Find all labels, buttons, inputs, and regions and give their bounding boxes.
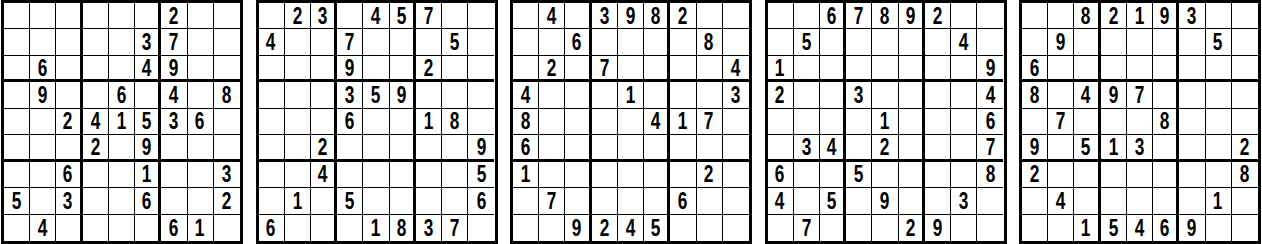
- cell-r1c2[interactable]: [794, 3, 820, 29]
- cell-r4c7[interactable]: [925, 82, 951, 108]
- cell-r8c5[interactable]: [618, 188, 644, 214]
- cell-r9c6: 6: [1153, 215, 1179, 241]
- cell-r3c4[interactable]: [83, 56, 109, 82]
- cell-r6c6[interactable]: [1153, 135, 1179, 161]
- cell-r9c4[interactable]: [83, 215, 109, 241]
- cell-r8c9[interactable]: [1232, 188, 1258, 214]
- cell-r4c8[interactable]: [697, 82, 723, 108]
- cell-r7c5[interactable]: [1127, 162, 1153, 188]
- cell-r6c6[interactable]: [390, 135, 416, 161]
- cell-r5c5[interactable]: [1127, 109, 1153, 135]
- cell-r6c1[interactable]: [768, 135, 794, 161]
- cell-r6c8[interactable]: [951, 135, 977, 161]
- cell-r9c8[interactable]: [951, 215, 977, 241]
- cell-r2c7[interactable]: [416, 29, 442, 55]
- cell-r6c3[interactable]: [56, 135, 82, 161]
- cell-r6c4[interactable]: [846, 135, 872, 161]
- cell-r6c7[interactable]: [925, 135, 951, 161]
- cell-r2c7[interactable]: [925, 29, 951, 55]
- given-digit: 6: [827, 4, 837, 28]
- cell-r5c1: 8: [513, 109, 539, 135]
- cell-r5c3[interactable]: [820, 109, 846, 135]
- cell-r6c2[interactable]: [1048, 135, 1074, 161]
- cell-r6c7[interactable]: [416, 135, 442, 161]
- cell-r4c6[interactable]: [899, 82, 925, 108]
- cell-r6c4[interactable]: [592, 135, 618, 161]
- cell-r2c6[interactable]: [1153, 29, 1179, 55]
- cell-r8c7[interactable]: [416, 188, 442, 214]
- cell-r7c9[interactable]: [723, 162, 749, 188]
- cell-r4c4[interactable]: [83, 82, 109, 108]
- cell-r8c2[interactable]: [794, 188, 820, 214]
- cell-r7c1[interactable]: [4, 162, 30, 188]
- cell-r4c1: 8: [1022, 82, 1048, 108]
- cell-r4c6[interactable]: [644, 82, 670, 108]
- cell-r7c3[interactable]: [820, 162, 846, 188]
- cell-r2c9[interactable]: [468, 29, 494, 55]
- cell-r8c3[interactable]: [565, 188, 591, 214]
- cell-r4c7[interactable]: [670, 82, 696, 108]
- cell-r3c8[interactable]: [188, 56, 214, 82]
- cell-r8c4[interactable]: [592, 188, 618, 214]
- cell-r9c3[interactable]: [820, 215, 846, 241]
- cell-r1c8[interactable]: [188, 3, 214, 29]
- given-digit: 2: [293, 4, 303, 28]
- cell-r2c1[interactable]: [768, 29, 794, 55]
- cell-r3c7[interactable]: [925, 56, 951, 82]
- cell-r8c4[interactable]: [83, 188, 109, 214]
- cell-r4c5: 7: [1127, 82, 1153, 108]
- cell-r8c1[interactable]: [1022, 188, 1048, 214]
- cell-r4c9: 3: [723, 82, 749, 108]
- cell-r9c1[interactable]: [768, 215, 794, 241]
- cell-r6c6[interactable]: [899, 135, 925, 161]
- cell-r2c9[interactable]: [977, 29, 1003, 55]
- cell-r6c5[interactable]: [363, 135, 389, 161]
- cell-r7c5[interactable]: [109, 162, 135, 188]
- cell-r9c5[interactable]: [872, 215, 898, 241]
- cell-r3c5[interactable]: [618, 56, 644, 82]
- cell-r2c3[interactable]: [56, 29, 82, 55]
- cell-r9c9[interactable]: [214, 215, 240, 241]
- cell-r4c2: 9: [30, 82, 56, 108]
- cell-r1c4: 3: [592, 3, 618, 29]
- cell-r3c1[interactable]: [513, 56, 539, 82]
- cell-r1c2[interactable]: [30, 3, 56, 29]
- cell-r4c7[interactable]: [1179, 82, 1205, 108]
- cell-r2c5[interactable]: [618, 29, 644, 55]
- cell-r8c5[interactable]: [1127, 188, 1153, 214]
- cell-r7c4[interactable]: [83, 162, 109, 188]
- cell-r1c8[interactable]: [442, 3, 468, 29]
- cell-r3c2[interactable]: [285, 56, 311, 82]
- cell-r4c5: 5: [363, 82, 389, 108]
- cell-r7c2[interactable]: [1048, 162, 1074, 188]
- cell-r3c7[interactable]: [1179, 56, 1205, 82]
- cell-r3c3[interactable]: [56, 56, 82, 82]
- cell-r3c2[interactable]: [794, 56, 820, 82]
- cell-r4c2[interactable]: [1048, 82, 1074, 108]
- cell-r4c7[interactable]: [416, 82, 442, 108]
- cell-r5c6[interactable]: [899, 109, 925, 135]
- cell-r5c9[interactable]: [1232, 109, 1258, 135]
- cell-r1c1[interactable]: [513, 3, 539, 29]
- given-digit: 6: [572, 30, 582, 54]
- cell-r5c5[interactable]: [363, 109, 389, 135]
- cell-r9c4[interactable]: [846, 215, 872, 241]
- cell-r2c4[interactable]: [83, 29, 109, 55]
- cell-r3c5[interactable]: [1127, 56, 1153, 82]
- cell-r7c7[interactable]: [925, 162, 951, 188]
- cell-r4c2[interactable]: [794, 82, 820, 108]
- cell-r9c4[interactable]: [337, 215, 363, 241]
- cell-r9c1[interactable]: [1022, 215, 1048, 241]
- cell-r3c8[interactable]: [697, 56, 723, 82]
- cell-r4c5[interactable]: [872, 82, 898, 108]
- cell-r3c3[interactable]: [820, 56, 846, 82]
- cell-r3c7[interactable]: [670, 56, 696, 82]
- cell-r9c2[interactable]: [285, 215, 311, 241]
- cell-r8c1[interactable]: [259, 188, 285, 214]
- cell-r5c3[interactable]: [1074, 109, 1100, 135]
- cell-r7c4[interactable]: [337, 162, 363, 188]
- given-digit: 4: [38, 216, 48, 240]
- cell-r8c9[interactable]: [723, 188, 749, 214]
- cell-r3c9[interactable]: [1232, 56, 1258, 82]
- cell-r8c2: 4: [1048, 188, 1074, 214]
- cell-r5c2[interactable]: [539, 109, 565, 135]
- cell-r7c2[interactable]: [539, 162, 565, 188]
- cell-r6c1[interactable]: [4, 135, 30, 161]
- cell-r1c1[interactable]: [259, 3, 285, 29]
- cell-r7c6[interactable]: [644, 162, 670, 188]
- cell-r2c6[interactable]: [390, 29, 416, 55]
- cell-r1c4: 7: [846, 3, 872, 29]
- cell-r4c3[interactable]: [820, 82, 846, 108]
- cell-r7c6[interactable]: [390, 162, 416, 188]
- cell-r2c6[interactable]: [899, 29, 925, 55]
- cell-r2c1[interactable]: [513, 29, 539, 55]
- cell-r5c1[interactable]: [768, 109, 794, 135]
- cell-r6c7[interactable]: [670, 135, 696, 161]
- cell-r1c7: 3: [1179, 3, 1205, 29]
- cell-r7c2[interactable]: [794, 162, 820, 188]
- cell-r6c9[interactable]: [723, 135, 749, 161]
- cell-r7c7[interactable]: [161, 162, 187, 188]
- cell-r5c7[interactable]: [1179, 109, 1205, 135]
- cell-r6c7[interactable]: [161, 135, 187, 161]
- cell-r7c2[interactable]: [30, 162, 56, 188]
- cell-r2c1[interactable]: [1022, 29, 1048, 55]
- cell-r4c6[interactable]: [1153, 82, 1179, 108]
- cell-r2c1[interactable]: [4, 29, 30, 55]
- cell-r4c1[interactable]: [4, 82, 30, 108]
- cell-r3c8[interactable]: [442, 56, 468, 82]
- cell-r1c4[interactable]: [83, 3, 109, 29]
- cell-r1c9[interactable]: [1232, 3, 1258, 29]
- cell-r3c8[interactable]: [1206, 56, 1232, 82]
- cell-r8c6[interactable]: [390, 188, 416, 214]
- cell-r1c4[interactable]: [337, 3, 363, 29]
- cell-r1c9[interactable]: [214, 3, 240, 29]
- cell-r2c2[interactable]: [285, 29, 311, 55]
- cell-r5c3[interactable]: [311, 109, 337, 135]
- cell-r2c4[interactable]: [846, 29, 872, 55]
- cell-r1c1[interactable]: [4, 3, 30, 29]
- cell-r8c8[interactable]: [188, 188, 214, 214]
- cell-r2c8[interactable]: [188, 29, 214, 55]
- cell-r5c1[interactable]: [259, 109, 285, 135]
- given-digit: 2: [547, 56, 557, 80]
- cell-r7c3[interactable]: [1074, 162, 1100, 188]
- given-digit: 5: [477, 162, 487, 186]
- cell-r3c3[interactable]: [1074, 56, 1100, 82]
- cell-r7c6[interactable]: [899, 162, 925, 188]
- cell-r9c8[interactable]: [697, 215, 723, 241]
- cell-r5c9[interactable]: [723, 109, 749, 135]
- cell-r3c4[interactable]: [1101, 56, 1127, 82]
- cell-r5c8[interactable]: [1206, 109, 1232, 135]
- cell-r7c2[interactable]: [285, 162, 311, 188]
- cell-r1c9[interactable]: [723, 3, 749, 29]
- cell-r8c4[interactable]: [846, 188, 872, 214]
- cell-r8c8[interactable]: [697, 188, 723, 214]
- cell-r4c3[interactable]: [56, 82, 82, 108]
- cell-r3c2[interactable]: [1048, 56, 1074, 82]
- cell-r4c9[interactable]: [1232, 82, 1258, 108]
- sudoku-board-5: 8219395684977895132284115469: [1019, 0, 1261, 244]
- cell-r5c3[interactable]: [565, 109, 591, 135]
- cell-r6c8[interactable]: [697, 135, 723, 161]
- cell-r8c1[interactable]: [513, 188, 539, 214]
- cell-r5c4[interactable]: [592, 109, 618, 135]
- cell-r8c5[interactable]: [109, 188, 135, 214]
- cell-r7c1[interactable]: [259, 162, 285, 188]
- cell-r8c9[interactable]: [977, 188, 1003, 214]
- cell-r3c6[interactable]: [1153, 56, 1179, 82]
- cell-r6c2[interactable]: [285, 135, 311, 161]
- cell-r6c8[interactable]: [188, 135, 214, 161]
- cell-r9c5[interactable]: [109, 215, 135, 241]
- given-digit: 1: [142, 162, 152, 186]
- cell-r4c8[interactable]: [442, 82, 468, 108]
- cell-r7c8[interactable]: [1206, 162, 1232, 188]
- cell-r9c7[interactable]: [670, 215, 696, 241]
- cell-r9c9[interactable]: [977, 215, 1003, 241]
- cell-r3c1[interactable]: [259, 56, 285, 82]
- cell-r8c6[interactable]: [899, 188, 925, 214]
- cell-r9c2: 7: [794, 215, 820, 241]
- cell-r9c9[interactable]: [723, 215, 749, 241]
- cell-r2c9[interactable]: [723, 29, 749, 55]
- cell-r3c6[interactable]: [899, 56, 925, 82]
- cell-r3c1[interactable]: [4, 56, 30, 82]
- cell-r6c7[interactable]: [1179, 135, 1205, 161]
- cell-r4c8[interactable]: [951, 82, 977, 108]
- cell-r8c7[interactable]: [161, 188, 187, 214]
- cell-r3c8[interactable]: [951, 56, 977, 82]
- cell-r6c5[interactable]: [109, 135, 135, 161]
- cell-r4c2[interactable]: [285, 82, 311, 108]
- cell-r9c1[interactable]: [4, 215, 30, 241]
- cell-r5c6: 8: [1153, 109, 1179, 135]
- cell-r8c6[interactable]: [1153, 188, 1179, 214]
- given-digit: 2: [1030, 162, 1040, 186]
- cell-r1c3[interactable]: [565, 3, 591, 29]
- cell-r4c1[interactable]: [259, 82, 285, 108]
- cell-r7c8[interactable]: [442, 162, 468, 188]
- cell-r1c3: 3: [311, 3, 337, 29]
- cell-r3c6[interactable]: [390, 56, 416, 82]
- cell-r8c6[interactable]: [644, 188, 670, 214]
- cell-r5c6[interactable]: [390, 109, 416, 135]
- cell-r7c4[interactable]: [1101, 162, 1127, 188]
- given-digit: 4: [371, 4, 381, 28]
- cell-r4c2[interactable]: [539, 82, 565, 108]
- cell-r5c7[interactable]: [925, 109, 951, 135]
- cell-r2c3[interactable]: [1074, 29, 1100, 55]
- cell-r8c5[interactable]: [363, 188, 389, 214]
- cell-r2c5[interactable]: [872, 29, 898, 55]
- cell-r4c3[interactable]: [311, 82, 337, 108]
- cell-r7c4[interactable]: [592, 162, 618, 188]
- cell-r7c8[interactable]: [951, 162, 977, 188]
- cell-r6c5: 2: [872, 135, 898, 161]
- cell-r5c4[interactable]: [1101, 109, 1127, 135]
- cell-r8c2[interactable]: [30, 188, 56, 214]
- cell-r4c4[interactable]: [592, 82, 618, 108]
- cell-r1c8[interactable]: [951, 3, 977, 29]
- cell-r1c9[interactable]: [977, 3, 1003, 29]
- cell-r6c1[interactable]: [259, 135, 285, 161]
- cell-r1c1[interactable]: [768, 3, 794, 29]
- cell-r5c2[interactable]: [30, 109, 56, 135]
- cell-r6c3[interactable]: [565, 135, 591, 161]
- cell-r5c5[interactable]: [618, 109, 644, 135]
- cell-r9c2[interactable]: [1048, 215, 1074, 241]
- cell-r1c2[interactable]: [1048, 3, 1074, 29]
- cell-r6c2[interactable]: [539, 135, 565, 161]
- cell-r5c1[interactable]: [4, 109, 30, 135]
- cell-r2c3[interactable]: [311, 29, 337, 55]
- cell-r3c2: 6: [30, 56, 56, 82]
- cell-r2c7[interactable]: [670, 29, 696, 55]
- cell-r8c3[interactable]: [1074, 188, 1100, 214]
- cell-r9c6[interactable]: [135, 215, 161, 241]
- cell-r6c8[interactable]: [442, 135, 468, 161]
- cell-r3c9[interactable]: [214, 56, 240, 82]
- cell-r3c6[interactable]: [644, 56, 670, 82]
- cell-r3c5[interactable]: [363, 56, 389, 82]
- cell-r2c6[interactable]: [644, 29, 670, 55]
- cell-r3c9[interactable]: [468, 56, 494, 82]
- cell-r9c9[interactable]: [468, 215, 494, 241]
- cell-r4c8[interactable]: [1206, 82, 1232, 108]
- cell-r4c8[interactable]: [188, 82, 214, 108]
- given-digit: 3: [1135, 135, 1145, 159]
- cell-r2c5[interactable]: [1127, 29, 1153, 55]
- cell-r8c9: 6: [468, 188, 494, 214]
- cell-r9c3[interactable]: [311, 215, 337, 241]
- cell-r8c7[interactable]: [925, 188, 951, 214]
- cell-r3c5[interactable]: [109, 56, 135, 82]
- cell-r9c3[interactable]: [56, 215, 82, 241]
- cell-r6c8[interactable]: [1206, 135, 1232, 161]
- cell-r1c9[interactable]: [468, 3, 494, 29]
- cell-r3c4[interactable]: [846, 56, 872, 82]
- cell-r8c3[interactable]: [311, 188, 337, 214]
- cell-r2c5[interactable]: [363, 29, 389, 55]
- cell-r6c2[interactable]: [30, 135, 56, 161]
- given-digit: 4: [142, 56, 152, 80]
- cell-r8c8[interactable]: [442, 188, 468, 214]
- cell-r7c5[interactable]: [363, 162, 389, 188]
- cell-r2c5[interactable]: [109, 29, 135, 55]
- cell-r5c4[interactable]: [846, 109, 872, 135]
- cell-r4c6[interactable]: [135, 82, 161, 108]
- cell-r5c1[interactable]: [1022, 109, 1048, 135]
- cell-r7c1: 1: [513, 162, 539, 188]
- cell-r3c5[interactable]: [872, 56, 898, 82]
- cell-r2c3[interactable]: [820, 29, 846, 55]
- cell-r6c9[interactable]: [214, 135, 240, 161]
- cell-r6c6[interactable]: [644, 135, 670, 161]
- cell-r2c7[interactable]: [1179, 29, 1205, 55]
- cell-r8c4[interactable]: [1101, 188, 1127, 214]
- cell-r4c9[interactable]: [468, 82, 494, 108]
- cell-r3c3[interactable]: [311, 56, 337, 82]
- cell-r4c3[interactable]: [565, 82, 591, 108]
- given-digit: 2: [775, 83, 785, 107]
- cell-r2c2[interactable]: [539, 29, 565, 55]
- cell-r1c3[interactable]: [56, 3, 82, 29]
- cell-r7c5[interactable]: [618, 162, 644, 188]
- cell-r3c3[interactable]: [565, 56, 591, 82]
- given-digit: 8: [986, 162, 996, 186]
- cell-r9c9[interactable]: [1232, 215, 1258, 241]
- cell-r1c6[interactable]: [135, 3, 161, 29]
- cell-r1c5[interactable]: [109, 3, 135, 29]
- cell-r7c7[interactable]: [416, 162, 442, 188]
- cell-r7c7[interactable]: [1179, 162, 1205, 188]
- cell-r5c9[interactable]: [468, 109, 494, 135]
- cell-r6c4[interactable]: [337, 135, 363, 161]
- cell-r9c2[interactable]: [539, 215, 565, 241]
- cell-r9c8[interactable]: [1206, 215, 1232, 241]
- cell-r1c1[interactable]: [1022, 3, 1048, 29]
- cell-r5c2[interactable]: [794, 109, 820, 135]
- cell-r8c7[interactable]: [1179, 188, 1205, 214]
- cell-r7c8[interactable]: [188, 162, 214, 188]
- cell-r2c9[interactable]: [214, 29, 240, 55]
- cell-r6c5[interactable]: [618, 135, 644, 161]
- cell-r2c4[interactable]: [1101, 29, 1127, 55]
- cell-r7c6[interactable]: [1153, 162, 1179, 188]
- cell-r5c9[interactable]: [214, 109, 240, 135]
- cell-r7c5[interactable]: [872, 162, 898, 188]
- cell-r5c8[interactable]: [951, 109, 977, 135]
- cell-r7c7[interactable]: [670, 162, 696, 188]
- cell-r2c2[interactable]: [30, 29, 56, 55]
- cell-r5c7: 1: [416, 109, 442, 135]
- cell-r1c8[interactable]: [697, 3, 723, 29]
- cell-r2c4[interactable]: [592, 29, 618, 55]
- cell-r9c1[interactable]: [513, 215, 539, 241]
- cell-r5c2[interactable]: [285, 109, 311, 135]
- cell-r7c3[interactable]: [565, 162, 591, 188]
- cell-r1c8[interactable]: [1206, 3, 1232, 29]
- cell-r2c9[interactable]: [1232, 29, 1258, 55]
